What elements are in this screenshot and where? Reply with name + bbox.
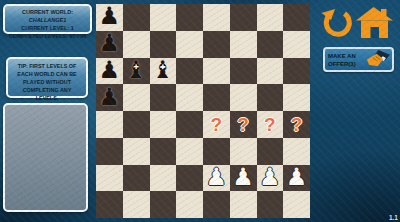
tip-panel: TIP: FIRST LEVELS OF EACH WORLD CAN BE P… bbox=[6, 57, 88, 98]
square-g5[interactable] bbox=[257, 84, 284, 111]
square-g2[interactable]: ♟ bbox=[257, 165, 284, 192]
square-h5[interactable] bbox=[283, 84, 310, 111]
game-screen: CURRENT WORLD: CHALLANGE1 CURRENT LEVEL:… bbox=[0, 0, 400, 222]
current-level-line: CURRENT LEVEL: 1 bbox=[5, 24, 90, 32]
white-pawn[interactable]: ♟ bbox=[286, 165, 308, 189]
square-c2[interactable] bbox=[150, 165, 177, 192]
black-pawn[interactable]: ♟ bbox=[99, 4, 121, 28]
question-marker[interactable]: ? bbox=[237, 115, 249, 134]
square-d3[interactable] bbox=[176, 138, 203, 165]
current-world-line: CURRENT WORLD: CHALLANGE1 bbox=[5, 8, 90, 24]
square-f1[interactable] bbox=[230, 191, 257, 218]
square-d4[interactable] bbox=[176, 111, 203, 138]
question-marker[interactable]: ? bbox=[211, 115, 223, 134]
square-c6[interactable]: ♝+ bbox=[150, 58, 177, 85]
square-d2[interactable] bbox=[176, 165, 203, 192]
version-label: 1.1 bbox=[389, 214, 398, 221]
square-f5[interactable] bbox=[230, 84, 257, 111]
square-e8[interactable] bbox=[203, 4, 230, 31]
square-a2[interactable] bbox=[96, 165, 123, 192]
square-e1[interactable] bbox=[203, 191, 230, 218]
square-b3[interactable] bbox=[123, 138, 150, 165]
square-a7[interactable]: ♟ bbox=[96, 31, 123, 58]
square-b4[interactable] bbox=[123, 111, 150, 138]
square-b7[interactable] bbox=[123, 31, 150, 58]
square-e2[interactable]: ♟ bbox=[203, 165, 230, 192]
square-a5[interactable]: ♟ bbox=[96, 84, 123, 111]
square-a1[interactable] bbox=[96, 191, 123, 218]
square-b8[interactable] bbox=[123, 4, 150, 31]
square-e5[interactable] bbox=[203, 84, 230, 111]
square-h2[interactable]: ♟ bbox=[283, 165, 310, 192]
square-f6[interactable] bbox=[230, 58, 257, 85]
square-b6[interactable]: ♝+ bbox=[123, 58, 150, 85]
square-f2[interactable]: ♟ bbox=[230, 165, 257, 192]
square-g6[interactable] bbox=[257, 58, 284, 85]
square-d6[interactable] bbox=[176, 58, 203, 85]
square-g1[interactable] bbox=[257, 191, 284, 218]
square-g3[interactable] bbox=[257, 138, 284, 165]
square-h4[interactable]: ? bbox=[283, 111, 310, 138]
square-d1[interactable] bbox=[176, 191, 203, 218]
question-marker[interactable]: ? bbox=[291, 115, 303, 134]
white-pawn[interactable]: ♟ bbox=[206, 165, 228, 189]
square-c4[interactable] bbox=[150, 111, 177, 138]
square-h6[interactable] bbox=[283, 58, 310, 85]
handshake-icon bbox=[365, 50, 390, 69]
make-offer-button[interactable]: MAKE AN OFFER(3) bbox=[323, 47, 394, 72]
square-h3[interactable] bbox=[283, 138, 310, 165]
square-g7[interactable] bbox=[257, 31, 284, 58]
square-f7[interactable] bbox=[230, 31, 257, 58]
square-c1[interactable] bbox=[150, 191, 177, 218]
black-pawn[interactable]: ♟ bbox=[99, 58, 121, 82]
world-name: CHALLANGE1 bbox=[29, 17, 67, 23]
white-pawn[interactable]: ♟ bbox=[259, 165, 281, 189]
square-e6[interactable] bbox=[203, 58, 230, 85]
make-offer-label: MAKE AN OFFER(3) bbox=[327, 52, 363, 68]
black-pawn[interactable]: ♟ bbox=[99, 31, 121, 55]
square-a6[interactable]: ♟ bbox=[96, 58, 123, 85]
square-h1[interactable] bbox=[283, 191, 310, 218]
restart-button[interactable] bbox=[320, 4, 354, 40]
black-bishop[interactable]: ♝ bbox=[125, 58, 147, 82]
square-g8[interactable] bbox=[257, 4, 284, 31]
square-a4[interactable] bbox=[96, 111, 123, 138]
square-e3[interactable] bbox=[203, 138, 230, 165]
restart-icon bbox=[320, 4, 354, 40]
square-h7[interactable] bbox=[283, 31, 310, 58]
status-panel: CURRENT WORLD: CHALLANGE1 CURRENT LEVEL:… bbox=[3, 4, 92, 34]
home-icon bbox=[356, 7, 393, 38]
square-d7[interactable] bbox=[176, 31, 203, 58]
preview-panel bbox=[3, 103, 88, 212]
square-d8[interactable] bbox=[176, 4, 203, 31]
square-c5[interactable] bbox=[150, 84, 177, 111]
black-pawn[interactable]: ♟ bbox=[99, 85, 121, 109]
square-b1[interactable] bbox=[123, 191, 150, 218]
square-f8[interactable] bbox=[230, 4, 257, 31]
square-a8[interactable]: ♟ bbox=[96, 4, 123, 31]
square-b5[interactable] bbox=[123, 84, 150, 111]
completed-levels-line: COMPLETED LEVELS: 95 / 96 bbox=[5, 32, 90, 40]
square-c3[interactable] bbox=[150, 138, 177, 165]
square-f4[interactable]: ? bbox=[230, 111, 257, 138]
square-c8[interactable] bbox=[150, 4, 177, 31]
square-g4[interactable]: ? bbox=[257, 111, 284, 138]
square-f3[interactable] bbox=[230, 138, 257, 165]
square-e4[interactable]: ? bbox=[203, 111, 230, 138]
square-d5[interactable] bbox=[176, 84, 203, 111]
square-c7[interactable] bbox=[150, 31, 177, 58]
chess-board: ♟♟♟♝+♝+♟????♟♟♟♟ bbox=[96, 4, 310, 218]
square-e7[interactable] bbox=[203, 31, 230, 58]
white-pawn[interactable]: ♟ bbox=[232, 165, 254, 189]
home-button[interactable] bbox=[356, 7, 393, 38]
square-b2[interactable] bbox=[123, 165, 150, 192]
question-marker[interactable]: ? bbox=[264, 115, 276, 134]
square-h8[interactable] bbox=[283, 4, 310, 31]
black-bishop[interactable]: ♝ bbox=[152, 58, 174, 82]
square-a3[interactable] bbox=[96, 138, 123, 165]
tip-text: TIP: FIRST LEVELS OF EACH WORLD CAN BE P… bbox=[17, 63, 76, 101]
